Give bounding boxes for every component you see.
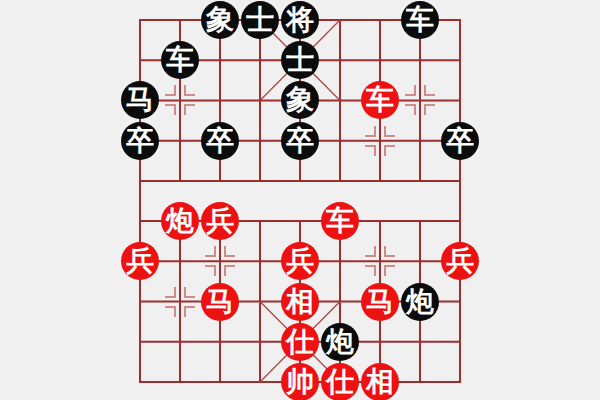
piece-black-advisor[interactable]: 士	[281, 41, 319, 79]
piece-black-elephant[interactable]: 象	[201, 1, 239, 39]
piece-red-soldier[interactable]: 兵	[201, 202, 239, 240]
piece-black-cannon[interactable]: 炮	[321, 323, 359, 361]
piece-black-chariot[interactable]: 车	[161, 41, 199, 79]
piece-black-elephant[interactable]: 象	[281, 81, 319, 119]
xiangqi-screen: 象士将车车士马象车卒卒卒卒炮兵车兵兵兵马相马炮仕炮帅仕相	[0, 0, 600, 400]
piece-black-soldier[interactable]: 卒	[281, 122, 319, 160]
piece-red-elephant[interactable]: 相	[281, 283, 319, 321]
piece-black-cannon[interactable]: 炮	[401, 283, 439, 321]
piece-black-soldier[interactable]: 卒	[441, 122, 479, 160]
piece-black-soldier[interactable]: 卒	[201, 122, 239, 160]
piece-red-soldier[interactable]: 兵	[281, 242, 319, 280]
piece-red-horse[interactable]: 马	[201, 283, 239, 321]
piece-red-soldier[interactable]: 兵	[121, 242, 159, 280]
piece-red-cannon[interactable]: 炮	[161, 202, 199, 240]
piece-black-chariot[interactable]: 车	[401, 1, 439, 39]
piece-red-elephant[interactable]: 相	[361, 363, 399, 400]
board-piece-layer[interactable]: 象士将车车士马象车卒卒卒卒炮兵车兵兵兵马相马炮仕炮帅仕相	[0, 0, 600, 400]
piece-red-advisor[interactable]: 仕	[321, 363, 359, 400]
piece-red-chariot[interactable]: 车	[321, 202, 359, 240]
piece-red-chariot[interactable]: 车	[361, 81, 399, 119]
piece-black-advisor[interactable]: 士	[241, 1, 279, 39]
piece-red-general[interactable]: 帅	[281, 363, 319, 400]
piece-black-general[interactable]: 将	[281, 1, 319, 39]
piece-red-soldier[interactable]: 兵	[441, 242, 479, 280]
piece-red-advisor[interactable]: 仕	[281, 323, 319, 361]
piece-black-soldier[interactable]: 卒	[121, 122, 159, 160]
piece-red-horse[interactable]: 马	[361, 283, 399, 321]
piece-black-horse[interactable]: 马	[121, 81, 159, 119]
